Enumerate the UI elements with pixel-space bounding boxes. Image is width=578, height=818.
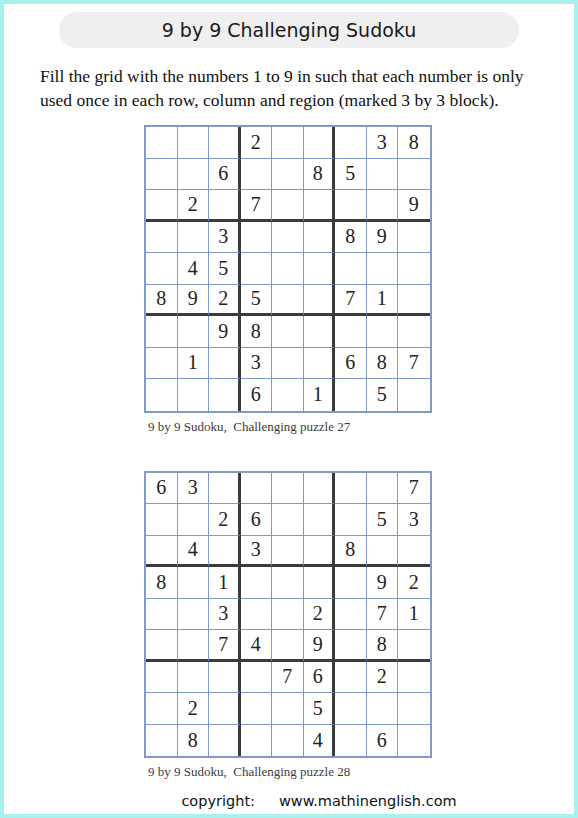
sudoku-2-cell-r3c4: 3 xyxy=(241,536,273,568)
sudoku-1-cell-r3c4: 7 xyxy=(241,190,273,222)
sudoku-2-cell-r9c5[interactable] xyxy=(272,725,304,757)
sudoku-1-cell-r6c9[interactable] xyxy=(398,285,430,317)
sudoku-2-cell-r2c6[interactable] xyxy=(304,504,336,536)
sudoku-1-cell-r9c7[interactable] xyxy=(335,379,367,411)
copyright-line: copyright:www.mathinenglish.com xyxy=(4,793,574,809)
sudoku-2-cell-r2c2[interactable] xyxy=(178,504,210,536)
worksheet-page: 9 by 9 Challenging Sudoku Fill the grid … xyxy=(0,0,578,818)
sudoku-2-cell-r9c7[interactable] xyxy=(335,725,367,757)
sudoku-1-cell-r1c8: 3 xyxy=(367,127,399,159)
sudoku-1-cell-r6c2: 9 xyxy=(178,285,210,317)
sudoku-1-cell-r1c9: 8 xyxy=(398,127,430,159)
sudoku-1-cell-r2c3: 6 xyxy=(209,159,241,191)
sudoku-2-cell-r4c7[interactable] xyxy=(335,567,367,599)
sudoku-1-cell-r4c1[interactable] xyxy=(146,222,178,254)
sudoku-1-cell-r7c9[interactable] xyxy=(398,316,430,348)
sudoku-2-cell-r7c9[interactable] xyxy=(398,662,430,694)
sudoku-2-cell-r7c4[interactable] xyxy=(241,662,273,694)
sudoku-1-cell-r1c4: 2 xyxy=(241,127,273,159)
instructions: Fill the grid with the numbers 1 to 9 in… xyxy=(40,64,545,112)
page-title-pill: 9 by 9 Challenging Sudoku xyxy=(59,12,519,48)
sudoku-2-cell-r4c5[interactable] xyxy=(272,567,304,599)
sudoku-1-cell-r6c6[interactable] xyxy=(304,285,336,317)
sudoku-2-cell-r2c5[interactable] xyxy=(272,504,304,536)
sudoku-1-cell-r1c1[interactable] xyxy=(146,127,178,159)
sudoku-2-cell-r5c3: 3 xyxy=(209,599,241,631)
sudoku-board-2: 637265343881923271749876225846 xyxy=(144,471,432,759)
sudoku-2-cell-r6c3: 7 xyxy=(209,630,241,662)
sudoku-2-cell-r7c2[interactable] xyxy=(178,662,210,694)
sudoku-2-cell-r7c5: 7 xyxy=(272,662,304,694)
sudoku-1-cell-r6c7: 7 xyxy=(335,285,367,317)
sudoku-2-cell-r1c3[interactable] xyxy=(209,473,241,505)
sudoku-2-cell-r6c5[interactable] xyxy=(272,630,304,662)
sudoku-1-cell-r4c7: 8 xyxy=(335,222,367,254)
sudoku-1-cell-r4c2[interactable] xyxy=(178,222,210,254)
sudoku-2-cell-r8c2: 2 xyxy=(178,693,210,725)
sudoku-1-cell-r7c2[interactable] xyxy=(178,316,210,348)
sudoku-1-cell-r1c3[interactable] xyxy=(209,127,241,159)
sudoku-1-cell-r9c2[interactable] xyxy=(178,379,210,411)
sudoku-2-cell-r6c6: 9 xyxy=(304,630,336,662)
sudoku-1-cell-r2c8[interactable] xyxy=(367,159,399,191)
sudoku-2-cell-r6c7[interactable] xyxy=(335,630,367,662)
sudoku-1-cell-r8c7: 6 xyxy=(335,348,367,380)
sudoku-2-cell-r3c5[interactable] xyxy=(272,536,304,568)
sudoku-1-cell-r9c1[interactable] xyxy=(146,379,178,411)
sudoku-2-cell-r7c1[interactable] xyxy=(146,662,178,694)
sudoku-2-cell-r4c8: 9 xyxy=(367,567,399,599)
sudoku-1-cell-r9c3[interactable] xyxy=(209,379,241,411)
sudoku-1-cell-r8c2: 1 xyxy=(178,348,210,380)
sudoku-2-cell-r8c3[interactable] xyxy=(209,693,241,725)
sudoku-2-cell-r8c7[interactable] xyxy=(335,693,367,725)
sudoku-2-cell-r8c8[interactable] xyxy=(367,693,399,725)
sudoku-1-cell-r8c1[interactable] xyxy=(146,348,178,380)
sudoku-1-cell-r9c9[interactable] xyxy=(398,379,430,411)
sudoku-1-cell-r9c5[interactable] xyxy=(272,379,304,411)
sudoku-2-cell-r6c8: 8 xyxy=(367,630,399,662)
sudoku-2-cell-r5c9: 1 xyxy=(398,599,430,631)
sudoku-1-cell-r3c2: 2 xyxy=(178,190,210,222)
sudoku-2-cell-r3c6[interactable] xyxy=(304,536,336,568)
sudoku-1-cell-r1c7[interactable] xyxy=(335,127,367,159)
sudoku-1-cell-r7c8[interactable] xyxy=(367,316,399,348)
sudoku-1-cell-r7c6[interactable] xyxy=(304,316,336,348)
sudoku-2-cell-r6c4: 4 xyxy=(241,630,273,662)
sudoku-2-cell-r5c6: 2 xyxy=(304,599,336,631)
sudoku-2-cell-r6c2[interactable] xyxy=(178,630,210,662)
sudoku-1-cell-r9c4: 6 xyxy=(241,379,273,411)
sudoku-2-cell-r7c7[interactable] xyxy=(335,662,367,694)
sudoku-2-cell-r6c1[interactable] xyxy=(146,630,178,662)
sudoku-1-cell-r5c7[interactable] xyxy=(335,253,367,285)
sudoku-1-cell-r9c8: 5 xyxy=(367,379,399,411)
sudoku-1-cell-r4c3: 3 xyxy=(209,222,241,254)
sudoku-1-cell-r2c6: 8 xyxy=(304,159,336,191)
sudoku-2-cell-r4c9: 2 xyxy=(398,567,430,599)
sudoku-2-cell-r7c8: 2 xyxy=(367,662,399,694)
sudoku-2-cell-r1c4[interactable] xyxy=(241,473,273,505)
sudoku-2-cell-r5c7[interactable] xyxy=(335,599,367,631)
sudoku-2-cell-r4c1: 8 xyxy=(146,567,178,599)
sudoku-1-cell-r8c3[interactable] xyxy=(209,348,241,380)
sudoku-2-cell-r2c8: 5 xyxy=(367,504,399,536)
sudoku-2-cell-r7c3[interactable] xyxy=(209,662,241,694)
sudoku-1-cell-r7c7[interactable] xyxy=(335,316,367,348)
sudoku-2-cell-r8c9[interactable] xyxy=(398,693,430,725)
sudoku-1-cell-r3c9: 9 xyxy=(398,190,430,222)
sudoku-2-cell-r1c8[interactable] xyxy=(367,473,399,505)
sudoku-1-cell-r3c6[interactable] xyxy=(304,190,336,222)
sudoku-2-cell-r9c9[interactable] xyxy=(398,725,430,757)
sudoku-1-cell-r8c5[interactable] xyxy=(272,348,304,380)
sudoku-1-cell-r3c8[interactable] xyxy=(367,190,399,222)
sudoku-2-cell-r9c4[interactable] xyxy=(241,725,273,757)
sudoku-1-cell-r8c6[interactable] xyxy=(304,348,336,380)
sudoku-2-cell-r7c6: 6 xyxy=(304,662,336,694)
sudoku-2-cell-r9c6: 4 xyxy=(304,725,336,757)
sudoku-2-cell-r5c5[interactable] xyxy=(272,599,304,631)
page-title: 9 by 9 Challenging Sudoku xyxy=(162,19,417,41)
sudoku-2-cell-r8c6: 5 xyxy=(304,693,336,725)
sudoku-2-cell-r6c9[interactable] xyxy=(398,630,430,662)
sudoku-1-cell-r2c5[interactable] xyxy=(272,159,304,191)
sudoku-2-cell-r4c4[interactable] xyxy=(241,567,273,599)
sudoku-2-cell-r5c4[interactable] xyxy=(241,599,273,631)
sudoku-1-cell-r7c4: 8 xyxy=(241,316,273,348)
sudoku-1-cell-r6c4: 5 xyxy=(241,285,273,317)
sudoku-2-cell-r1c6[interactable] xyxy=(304,473,336,505)
sudoku-2-cell-r2c4: 6 xyxy=(241,504,273,536)
sudoku-2-cell-r9c1[interactable] xyxy=(146,725,178,757)
sudoku-1-cell-r1c5[interactable] xyxy=(272,127,304,159)
sudoku-2-cell-r9c3[interactable] xyxy=(209,725,241,757)
sudoku-1-cell-r7c3: 9 xyxy=(209,316,241,348)
sudoku-2-cell-r2c7[interactable] xyxy=(335,504,367,536)
sudoku-2-cell-r8c5[interactable] xyxy=(272,693,304,725)
sudoku-1-cell-r3c3[interactable] xyxy=(209,190,241,222)
sudoku-1-cell-r5c3: 5 xyxy=(209,253,241,285)
puzzle-2-caption: 9 by 9 Sudoku, Challenging puzzle 28 xyxy=(148,764,574,780)
copyright-url: www.mathinenglish.com xyxy=(279,793,457,809)
sudoku-1-cell-r4c9[interactable] xyxy=(398,222,430,254)
sudoku-1-cell-r5c1[interactable] xyxy=(146,253,178,285)
sudoku-1-cell-r7c1[interactable] xyxy=(146,316,178,348)
sudoku-2-cell-r5c1[interactable] xyxy=(146,599,178,631)
sudoku-1-cell-r5c8[interactable] xyxy=(367,253,399,285)
sudoku-1-cell-r6c3: 2 xyxy=(209,285,241,317)
sudoku-2-cell-r1c9: 7 xyxy=(398,473,430,505)
sudoku-1-cell-r4c6[interactable] xyxy=(304,222,336,254)
sudoku-2-cell-r4c2[interactable] xyxy=(178,567,210,599)
sudoku-1-cell-r5c2: 4 xyxy=(178,253,210,285)
sudoku-1-cell-r1c6[interactable] xyxy=(304,127,336,159)
puzzle-1-caption: 9 by 9 Sudoku, Challenging puzzle 27 xyxy=(148,419,574,435)
sudoku-1-cell-r2c2[interactable] xyxy=(178,159,210,191)
sudoku-1-cell-r1c2[interactable] xyxy=(178,127,210,159)
sudoku-1-cell-r8c4: 3 xyxy=(241,348,273,380)
sudoku-1-cell-r8c9: 7 xyxy=(398,348,430,380)
sudoku-1-cell-r3c7[interactable] xyxy=(335,190,367,222)
sudoku-1-cell-r8c8: 8 xyxy=(367,348,399,380)
sudoku-2-cell-r9c2: 8 xyxy=(178,725,210,757)
sudoku-1-cell-r2c1[interactable] xyxy=(146,159,178,191)
sudoku-1-cell-r5c5[interactable] xyxy=(272,253,304,285)
sudoku-2-cell-r4c3: 1 xyxy=(209,567,241,599)
sudoku-1-cell-r3c5[interactable] xyxy=(272,190,304,222)
sudoku-2-cell-r5c8: 7 xyxy=(367,599,399,631)
sudoku-2-cell-r3c1[interactable] xyxy=(146,536,178,568)
sudoku-1-cell-r5c6[interactable] xyxy=(304,253,336,285)
sudoku-1-cell-r3c1[interactable] xyxy=(146,190,178,222)
sudoku-2-cell-r2c3: 2 xyxy=(209,504,241,536)
sudoku-2-cell-r5c2[interactable] xyxy=(178,599,210,631)
sudoku-1-cell-r2c4[interactable] xyxy=(241,159,273,191)
sudoku-2-cell-r3c7: 8 xyxy=(335,536,367,568)
sudoku-1-cell-r6c1: 8 xyxy=(146,285,178,317)
sudoku-2-cell-r3c9[interactable] xyxy=(398,536,430,568)
sudoku-1-cell-r6c5[interactable] xyxy=(272,285,304,317)
sudoku-2-cell-r8c4[interactable] xyxy=(241,693,273,725)
sudoku-2-cell-r3c8[interactable] xyxy=(367,536,399,568)
sudoku-1-cell-r6c8: 1 xyxy=(367,285,399,317)
sudoku-1-cell-r9c6: 1 xyxy=(304,379,336,411)
sudoku-2-cell-r1c7[interactable] xyxy=(335,473,367,505)
sudoku-1-cell-r4c8: 9 xyxy=(367,222,399,254)
sudoku-2-cell-r2c1[interactable] xyxy=(146,504,178,536)
sudoku-1-cell-r4c5[interactable] xyxy=(272,222,304,254)
sudoku-1-cell-r5c4[interactable] xyxy=(241,253,273,285)
sudoku-1-cell-r5c9[interactable] xyxy=(398,253,430,285)
sudoku-2-cell-r8c1[interactable] xyxy=(146,693,178,725)
sudoku-2-cell-r1c2: 3 xyxy=(178,473,210,505)
sudoku-1-cell-r7c5[interactable] xyxy=(272,316,304,348)
sudoku-2-cell-r9c8: 6 xyxy=(367,725,399,757)
sudoku-2-cell-r3c3[interactable] xyxy=(209,536,241,568)
copyright-label: copyright: xyxy=(181,793,255,809)
sudoku-2-cell-r1c1: 6 xyxy=(146,473,178,505)
sudoku-2-cell-r2c9: 3 xyxy=(398,504,430,536)
sudoku-1-cell-r2c7: 5 xyxy=(335,159,367,191)
sudoku-1-cell-r2c9[interactable] xyxy=(398,159,430,191)
sudoku-1-cell-r4c4[interactable] xyxy=(241,222,273,254)
sudoku-board-1: 238685279389458925719813687615 xyxy=(144,125,432,413)
sudoku-2-cell-r4c6[interactable] xyxy=(304,567,336,599)
sudoku-2-cell-r3c2: 4 xyxy=(178,536,210,568)
sudoku-2-cell-r1c5[interactable] xyxy=(272,473,304,505)
